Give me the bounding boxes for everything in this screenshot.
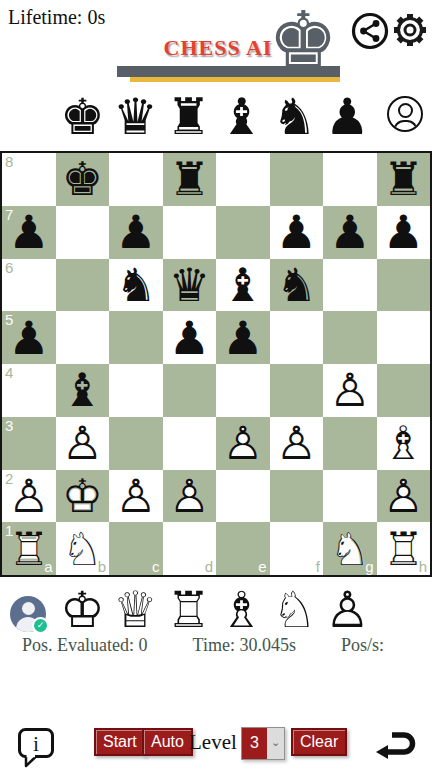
square-c4[interactable] <box>109 364 163 417</box>
square-h7[interactable]: ♟ <box>377 206 431 259</box>
white-rook: ♖ <box>383 526 424 572</box>
square-c8[interactable] <box>109 153 163 206</box>
square-b8[interactable]: ♚ <box>56 153 110 206</box>
white-pawn: ♙ <box>8 473 49 519</box>
square-b2[interactable]: ♚♔ <box>56 470 110 523</box>
square-e8[interactable] <box>216 153 270 206</box>
square-g6[interactable] <box>323 259 377 312</box>
status-bar: Pos. Evaluated: 0 Time: 30.045s Pos/s: <box>0 635 432 656</box>
black-bishop: ♝ <box>62 367 103 413</box>
white-knight: ♘ <box>329 526 370 572</box>
square-h5[interactable] <box>377 311 431 364</box>
square-b7[interactable] <box>56 206 110 259</box>
opponent-player-button[interactable] <box>387 96 423 132</box>
square-h1[interactable]: h♜♖ <box>377 522 431 575</box>
white-bishop: ♗ <box>383 420 424 466</box>
rank-label-5: 5 <box>5 311 13 328</box>
square-g8[interactable] <box>323 153 377 206</box>
black-pawn: ♟ <box>325 92 370 142</box>
white-knight: ♘ <box>272 585 317 635</box>
white-rook: ♖ <box>8 526 49 572</box>
white-rook: ♖ <box>166 585 211 635</box>
info-speech-bubble-icon: i <box>16 726 56 768</box>
square-f7[interactable]: ♟ <box>270 206 324 259</box>
square-a5[interactable]: 5♟ <box>2 311 56 364</box>
square-g7[interactable]: ♟ <box>323 206 377 259</box>
rank-label-4: 4 <box>5 364 13 381</box>
square-e1[interactable]: e <box>216 522 270 575</box>
square-c2[interactable]: ♟♙ <box>109 470 163 523</box>
square-e7[interactable] <box>216 206 270 259</box>
square-e5[interactable]: ♟ <box>216 311 270 364</box>
black-king: ♚ <box>60 92 105 142</box>
square-a2[interactable]: 2♟♙ <box>2 470 56 523</box>
selector-black-knight[interactable]: ♞ <box>268 88 321 146</box>
check-badge-icon: ✓ <box>32 617 49 634</box>
selector-black-pawn[interactable]: ♟ <box>321 88 374 146</box>
player-avatar-button[interactable]: ✓ <box>10 596 46 632</box>
black-knight: ♞ <box>115 262 156 308</box>
square-d4[interactable] <box>163 364 217 417</box>
square-g2[interactable] <box>323 470 377 523</box>
white-queen: ♕ <box>113 585 158 635</box>
white-pawn: ♙ <box>169 473 210 519</box>
black-queen: ♛ <box>169 262 210 308</box>
share-icon <box>350 11 390 51</box>
settings-button[interactable] <box>390 10 430 50</box>
black-pawn: ♟ <box>8 315 49 361</box>
square-g1[interactable]: g♞♘ <box>323 522 377 575</box>
selector-black-queen[interactable]: ♛ <box>109 88 162 146</box>
black-bishop: ♝ <box>219 92 264 142</box>
level-label: Level <box>189 730 237 755</box>
square-f6[interactable]: ♞ <box>270 259 324 312</box>
black-knight: ♞ <box>276 262 317 308</box>
square-e6[interactable]: ♝ <box>216 259 270 312</box>
undo-arrow-icon <box>376 729 420 761</box>
selector-black-king[interactable]: ♚ <box>56 88 109 146</box>
square-h4[interactable] <box>377 364 431 417</box>
rank-label-8: 8 <box>5 153 13 170</box>
clear-button[interactable]: Clear <box>291 728 347 756</box>
rank-label-6: 6 <box>5 259 13 276</box>
white-pawn: ♙ <box>222 420 263 466</box>
white-pawn: ♙ <box>276 420 317 466</box>
rank-label-7: 7 <box>5 206 13 223</box>
square-e3[interactable]: ♟♙ <box>216 417 270 470</box>
square-f2[interactable] <box>270 470 324 523</box>
file-label-c: c <box>152 558 160 575</box>
selector-white-king[interactable]: ♚♔ <box>56 581 109 639</box>
black-pawn: ♟ <box>169 315 210 361</box>
square-f4[interactable] <box>270 364 324 417</box>
square-a4[interactable]: 4 <box>2 364 56 417</box>
square-f8[interactable] <box>270 153 324 206</box>
square-c7[interactable]: ♟ <box>109 206 163 259</box>
rank-label-3: 3 <box>5 417 13 434</box>
share-button[interactable] <box>350 11 390 51</box>
control-bar: i Start Auto Level 3 ⌄ Clear <box>0 722 432 768</box>
black-pawn: ♟ <box>383 209 424 255</box>
selector-white-knight[interactable]: ♞♘ <box>268 581 321 639</box>
black-knight: ♞ <box>272 92 317 142</box>
square-c6[interactable]: ♞ <box>109 259 163 312</box>
square-a7[interactable]: 7♟ <box>2 206 56 259</box>
chess-board: 8♚♜♜7♟♟♟♟♟6♞♛♝♞5♟♟♟4♝♟♙3♟♙♟♙♟♙♝♗2♟♙♚♔♟♙♟… <box>0 151 432 577</box>
square-a1[interactable]: 1a♜♖ <box>2 522 56 575</box>
selector-black-bishop[interactable]: ♝ <box>215 88 268 146</box>
white-pawn: ♙ <box>62 420 103 466</box>
square-a8[interactable]: 8 <box>2 153 56 206</box>
black-king: ♚ <box>62 156 103 202</box>
start-button[interactable]: Start <box>94 728 146 756</box>
black-pawn: ♟ <box>8 209 49 255</box>
square-h3[interactable]: ♝♗ <box>377 417 431 470</box>
square-e4[interactable] <box>216 364 270 417</box>
black-pawn: ♟ <box>276 209 317 255</box>
square-f3[interactable]: ♟♙ <box>270 417 324 470</box>
square-h2[interactable]: ♟♙ <box>377 470 431 523</box>
square-h8[interactable]: ♜ <box>377 153 431 206</box>
square-d7[interactable] <box>163 206 217 259</box>
black-queen: ♛ <box>113 92 158 142</box>
square-d5[interactable]: ♟ <box>163 311 217 364</box>
black-pawn: ♟ <box>222 315 263 361</box>
square-b5[interactable] <box>56 311 110 364</box>
square-f5[interactable] <box>270 311 324 364</box>
white-pawn: ♙ <box>329 367 370 413</box>
square-d1[interactable]: d <box>163 522 217 575</box>
square-g3[interactable] <box>323 417 377 470</box>
selector-black-rook[interactable]: ♜ <box>162 88 215 146</box>
white-pawn: ♙ <box>115 473 156 519</box>
black-piece-selector-row: ♚♛♜♝♞♟ <box>56 88 374 146</box>
white-bishop: ♗ <box>219 585 264 635</box>
square-a6[interactable]: 6 <box>2 259 56 312</box>
white-pawn: ♙ <box>325 585 370 635</box>
black-pawn: ♟ <box>329 209 370 255</box>
undo-button[interactable] <box>376 729 420 761</box>
black-rook: ♜ <box>169 156 210 202</box>
time-label: Time: 30.045s <box>193 635 296 656</box>
square-d8[interactable]: ♜ <box>163 153 217 206</box>
auto-button[interactable]: Auto <box>142 728 193 756</box>
square-f1[interactable]: f <box>270 522 324 575</box>
black-rook: ♜ <box>383 156 424 202</box>
square-h6[interactable] <box>377 259 431 312</box>
file-label-e: e <box>258 558 266 575</box>
square-c5[interactable] <box>109 311 163 364</box>
selector-white-bishop[interactable]: ♝♗ <box>215 581 268 639</box>
square-a3[interactable]: 3 <box>2 417 56 470</box>
selector-white-queen[interactable]: ♛♕ <box>109 581 162 639</box>
square-d6[interactable]: ♛ <box>163 259 217 312</box>
level-select[interactable]: 3 ⌄ <box>241 727 285 760</box>
square-c3[interactable] <box>109 417 163 470</box>
white-pawn: ♙ <box>383 473 424 519</box>
square-b4[interactable]: ♝ <box>56 364 110 417</box>
square-c1[interactable]: c <box>109 522 163 575</box>
white-king: ♔ <box>62 473 103 519</box>
square-d2[interactable]: ♟♙ <box>163 470 217 523</box>
square-b3[interactable]: ♟♙ <box>56 417 110 470</box>
square-g4[interactable]: ♟♙ <box>323 364 377 417</box>
selector-white-rook[interactable]: ♜♖ <box>162 581 215 639</box>
positions-evaluated-label: Pos. Evaluated: 0 <box>22 635 147 656</box>
selector-white-pawn[interactable]: ♟♙ <box>321 581 374 639</box>
black-pawn: ♟ <box>115 209 156 255</box>
square-e2[interactable] <box>216 470 270 523</box>
square-b1[interactable]: b♞♘ <box>56 522 110 575</box>
white-piece-selector-row: ♚♔♛♕♜♖♝♗♞♘♟♙ <box>56 581 374 639</box>
square-g5[interactable] <box>323 311 377 364</box>
level-select-value: 3 <box>242 728 267 759</box>
lifetime-label: Lifetime: 0s <box>8 6 105 29</box>
person-outline-icon <box>389 103 421 132</box>
app-title: CHESS AI <box>110 35 326 61</box>
white-king: ♔ <box>60 585 105 635</box>
black-bishop: ♝ <box>222 262 263 308</box>
info-button[interactable]: i <box>16 726 56 768</box>
black-rook: ♜ <box>166 92 211 142</box>
gear-icon <box>390 10 430 50</box>
chevron-down-icon: ⌄ <box>267 728 284 759</box>
svg-text:i: i <box>33 733 39 755</box>
square-b6[interactable] <box>56 259 110 312</box>
white-knight: ♘ <box>62 526 103 572</box>
positions-per-second-label: Pos/s: <box>341 635 384 656</box>
file-label-d: d <box>205 558 213 575</box>
file-label-f: f <box>316 558 320 575</box>
square-d3[interactable] <box>163 417 217 470</box>
